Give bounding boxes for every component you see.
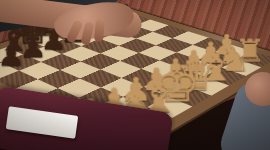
black-pawn-piece: ♟ [0, 41, 26, 70]
tournament-chess-photo: ♜♟♟♜♞♟♟♞♝♟♟♝♛♟♟♛♚♟♟♚♝♟♟♝♞♟♟♞♜♟♟♜ [0, 0, 270, 150]
black-pawn-piece: ♟ [0, 49, 3, 78]
